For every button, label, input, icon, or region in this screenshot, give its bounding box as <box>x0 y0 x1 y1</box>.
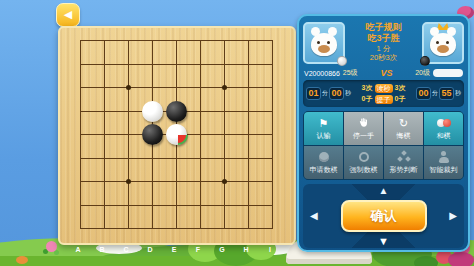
count-ring-icon <box>359 151 369 163</box>
dpad: ▲ ◀ ▶ ▼ 确认 <box>303 184 464 248</box>
button-label: 强制数棋 <box>350 165 378 175</box>
last-move-marker <box>178 135 188 145</box>
left-byoyomi-count: 3次 <box>362 83 373 93</box>
avatar-eye <box>317 41 320 44</box>
white-flag-icon: ⚑ <box>319 117 329 129</box>
coordinate-label-H: H <box>234 246 258 253</box>
avatar-eye <box>446 41 449 44</box>
flower <box>448 252 474 266</box>
back-button[interactable]: ◀ <box>56 3 80 27</box>
left-player-level: 25级 <box>343 68 358 78</box>
avatar-muzzle <box>318 45 330 53</box>
avatar-ear <box>328 27 337 36</box>
button-label: 和棋 <box>437 131 451 141</box>
black-stone-indicator <box>420 56 430 66</box>
coordinate-label-B: B <box>90 246 114 253</box>
undo-arrow-icon: ↻ <box>399 117 408 129</box>
white-stone-indicator <box>337 56 347 66</box>
left-captures-count: 0子 <box>362 94 373 104</box>
right-captures-count: 0子 <box>395 94 406 104</box>
force-count-button[interactable]: 强制数棋 <box>344 146 383 179</box>
timers-bar: 01 分 00 秒 3次 读秒 3次 0子 提子 0子 00 分 <box>303 80 464 107</box>
go-board[interactable] <box>58 26 296 245</box>
byoyomi-row: 3次 读秒 3次 <box>362 83 406 93</box>
avatar-muzzle <box>437 45 449 53</box>
avatar-eye <box>436 41 439 44</box>
rules-info: 吃子规则 吃3子胜 1 分 20秒3次 <box>345 23 422 62</box>
column-coordinates: ABCDEFGHI <box>66 246 282 253</box>
button-label: 停一手 <box>353 131 374 141</box>
byoyomi-badge: 读秒 <box>375 84 393 93</box>
button-label: 认输 <box>317 131 331 141</box>
avatar-eye <box>327 41 330 44</box>
button-label: 智能裁判 <box>430 165 458 175</box>
leaves <box>414 256 438 266</box>
star-point-G3 <box>222 179 227 184</box>
captures-badge: 提子 <box>375 95 393 104</box>
second-label: 秒 <box>345 89 351 98</box>
button-label: 申请数棋 <box>310 165 338 175</box>
star-point-C3 <box>126 179 131 184</box>
stone-D6-white <box>142 101 163 122</box>
judge-position-button[interactable]: 形势判断 <box>384 146 423 179</box>
critter <box>16 256 28 264</box>
star-point-C7 <box>126 85 131 90</box>
sparkle-icon <box>398 151 410 163</box>
confirm-button[interactable]: 确认 <box>341 200 427 232</box>
hand-icon <box>358 117 369 129</box>
coordinate-label-C: C <box>114 246 138 253</box>
vs-label: VS <box>361 68 413 78</box>
dpad-up-arrow[interactable]: ▲ <box>379 186 389 196</box>
request-count-button[interactable]: 申请数棋 <box>304 146 343 179</box>
resign-button[interactable]: ⚑ 认输 <box>304 112 343 145</box>
rule-byoyomi: 20秒3次 <box>345 54 422 62</box>
rule-main-time: 1 分 <box>345 45 422 53</box>
stone-E6-black <box>166 101 187 122</box>
coordinate-label-D: D <box>138 246 162 253</box>
right-minutes: 00 <box>416 87 431 100</box>
stone-D5-black <box>142 124 163 145</box>
right-player-clock: 00 分 55 秒 <box>416 87 461 100</box>
coordinate-label-A: A <box>66 246 90 253</box>
rule-title: 吃子规则 <box>345 23 422 33</box>
dpad-right-arrow[interactable]: ▶ <box>449 211 457 221</box>
avatar-ear <box>311 27 320 36</box>
second-label: 秒 <box>455 89 461 98</box>
pass-button[interactable]: 停一手 <box>344 112 383 145</box>
left-player-clock: 01 分 00 秒 <box>306 87 351 100</box>
right-seconds: 55 <box>439 87 454 100</box>
center-stats: 3次 读秒 3次 0子 提子 0子 <box>362 83 406 104</box>
draw-button[interactable]: 和棋 <box>424 112 463 145</box>
coordinate-label-I: I <box>258 246 282 253</box>
arrow-left-icon: ◀ <box>64 8 72 20</box>
avatar-ear <box>430 27 439 36</box>
count-dot-icon <box>319 151 329 163</box>
rule-win-condition: 吃3子胜 <box>345 34 422 44</box>
right-player-level: 20级 <box>415 68 430 78</box>
dpad-down-arrow[interactable]: ▼ <box>378 236 389 247</box>
button-label: 悔棋 <box>397 131 411 141</box>
confirm-label: 确认 <box>371 207 397 225</box>
coordinate-label-F: F <box>186 246 210 253</box>
two-stones-icon <box>437 117 451 129</box>
coordinate-label-E: E <box>162 246 186 253</box>
referee-person-icon <box>439 151 449 163</box>
undo-button[interactable]: ↻ 悔棋 <box>384 112 423 145</box>
avatar-right-player[interactable] <box>422 22 464 64</box>
right-player-name-capsule <box>433 69 463 77</box>
action-buttons: ⚑ 认输 停一手 ↻ 悔棋 和棋 申请数棋 <box>303 111 464 180</box>
game-info-panel: 吃子规则 吃3子胜 1 分 20秒3次 V20000866 25级 VS 20级 <box>297 14 470 252</box>
players-bar: 吃子规则 吃3子胜 1 分 20秒3次 <box>303 20 464 66</box>
captures-row: 0子 提子 0子 <box>362 94 406 104</box>
ai-referee-button[interactable]: 智能裁判 <box>424 146 463 179</box>
avatar-left-player[interactable] <box>303 22 345 64</box>
dpad-left-arrow[interactable]: ◀ <box>310 211 318 221</box>
flower <box>46 241 57 252</box>
minute-label: 分 <box>322 89 328 98</box>
game-screen: ◀ ABCDEFGHI 吃子规则 吃3子胜 1 分 20秒3次 <box>0 0 474 266</box>
avatar-ear <box>447 27 456 36</box>
left-player-name: V20000866 <box>304 70 340 77</box>
star-point-G7 <box>222 85 227 90</box>
left-minutes: 01 <box>306 87 321 100</box>
minute-label: 分 <box>432 89 438 98</box>
names-row: V20000866 25级 VS 20级 <box>303 66 464 80</box>
stone-E5-white <box>166 124 187 145</box>
left-seconds: 00 <box>329 87 344 100</box>
right-byoyomi-count: 3次 <box>395 83 406 93</box>
button-label: 形势判断 <box>390 165 418 175</box>
board-grid[interactable] <box>80 40 273 229</box>
coordinate-label-G: G <box>210 246 234 253</box>
